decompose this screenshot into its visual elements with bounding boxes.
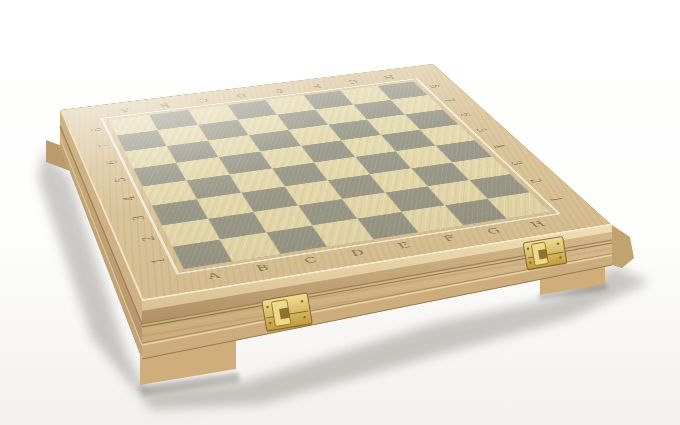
rank-label-left-3: 3 bbox=[129, 212, 148, 224]
file-label-front-d: D bbox=[344, 248, 372, 259]
file-label-front-a: A bbox=[200, 270, 228, 281]
file-label-back-b: B bbox=[154, 102, 176, 109]
file-label-front-b: B bbox=[249, 263, 277, 274]
file-label-back-d: D bbox=[231, 92, 252, 99]
file-label-back-h: H bbox=[378, 74, 399, 80]
file-label-back-e: E bbox=[268, 87, 289, 94]
rank-label-left-8: 8 bbox=[89, 125, 106, 134]
rank-label-left-5: 5 bbox=[112, 175, 130, 186]
chess-box-photo: AABBCCDDEEFFGGHH1122334455667788 bbox=[0, 0, 680, 425]
rank-label-left-7: 7 bbox=[96, 141, 113, 151]
rank-label-left-2: 2 bbox=[139, 233, 159, 246]
file-label-back-g: G bbox=[342, 78, 363, 84]
file-label-front-h: H bbox=[524, 219, 551, 229]
file-label-back-a: A bbox=[114, 106, 136, 113]
file-label-front-c: C bbox=[297, 255, 325, 266]
file-label-back-f: F bbox=[305, 83, 326, 90]
file-label-front-g: G bbox=[480, 226, 508, 236]
file-label-front-f: F bbox=[436, 233, 464, 243]
file-label-front-e: E bbox=[390, 240, 418, 250]
rank-label-left-6: 6 bbox=[104, 157, 122, 167]
right-end-cap bbox=[612, 225, 634, 268]
rank-label-left-4: 4 bbox=[120, 193, 139, 204]
rank-label-left-1: 1 bbox=[149, 254, 170, 267]
file-label-back-c: C bbox=[192, 97, 214, 104]
